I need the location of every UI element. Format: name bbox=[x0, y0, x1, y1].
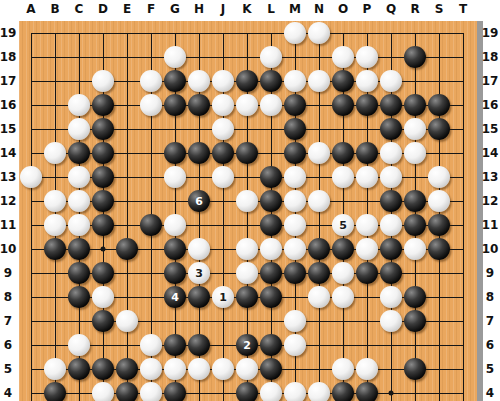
stone-white-K12 bbox=[236, 190, 258, 212]
stone-white-L18 bbox=[260, 46, 282, 68]
stone-white-S12 bbox=[428, 190, 450, 212]
col-label-D: D bbox=[98, 2, 108, 16]
stone-black-C8 bbox=[68, 286, 90, 308]
stone-white-F5 bbox=[140, 358, 162, 380]
row-label-right-12: 12 bbox=[482, 194, 499, 208]
stone-black-G8: 4 bbox=[164, 286, 186, 308]
stone-black-C10 bbox=[68, 238, 90, 260]
stone-white-Q13 bbox=[380, 166, 402, 188]
star-point-D10 bbox=[101, 247, 106, 252]
stone-white-F6 bbox=[140, 334, 162, 356]
stone-white-O11: 5 bbox=[332, 214, 354, 236]
col-label-T: T bbox=[459, 2, 467, 16]
stone-black-D11 bbox=[92, 214, 114, 236]
stone-white-R14 bbox=[404, 142, 426, 164]
stone-white-M13 bbox=[284, 166, 306, 188]
stone-black-D12 bbox=[92, 190, 114, 212]
stone-white-E7 bbox=[116, 310, 138, 332]
row-label-left-6: 6 bbox=[4, 338, 12, 352]
stone-black-C5 bbox=[68, 358, 90, 380]
stone-black-R11 bbox=[404, 214, 426, 236]
stone-black-S10 bbox=[428, 238, 450, 260]
stone-white-L10 bbox=[260, 238, 282, 260]
row-label-left-13: 13 bbox=[0, 170, 16, 184]
stone-black-G17 bbox=[164, 70, 186, 92]
stone-black-F11 bbox=[140, 214, 162, 236]
stone-white-K9 bbox=[236, 262, 258, 284]
stone-white-M7 bbox=[284, 310, 306, 332]
stone-white-O13 bbox=[332, 166, 354, 188]
stone-black-N10 bbox=[308, 238, 330, 260]
stone-black-L9 bbox=[260, 262, 282, 284]
row-label-left-14: 14 bbox=[0, 146, 16, 160]
stone-black-G6 bbox=[164, 334, 186, 356]
move-number-5: 5 bbox=[339, 220, 347, 231]
stone-white-P17 bbox=[356, 70, 378, 92]
row-label-left-19: 19 bbox=[0, 26, 16, 40]
stone-white-J17 bbox=[212, 70, 234, 92]
stone-black-N9 bbox=[308, 262, 330, 284]
stone-white-M11 bbox=[284, 214, 306, 236]
stone-white-L4 bbox=[260, 382, 282, 401]
stone-black-C14 bbox=[68, 142, 90, 164]
stone-black-E10 bbox=[116, 238, 138, 260]
stone-black-K14 bbox=[236, 142, 258, 164]
stone-white-D17 bbox=[92, 70, 114, 92]
stone-black-D5 bbox=[92, 358, 114, 380]
row-label-right-6: 6 bbox=[486, 338, 494, 352]
stone-black-O17 bbox=[332, 70, 354, 92]
stone-black-L12 bbox=[260, 190, 282, 212]
stone-white-Q7 bbox=[380, 310, 402, 332]
row-label-right-15: 15 bbox=[482, 122, 499, 136]
stone-black-D14 bbox=[92, 142, 114, 164]
stone-black-E4 bbox=[116, 382, 138, 401]
stone-black-R12 bbox=[404, 190, 426, 212]
move-number-4: 4 bbox=[171, 292, 179, 303]
col-label-A: A bbox=[26, 2, 35, 16]
stone-black-G4 bbox=[164, 382, 186, 401]
stone-white-H5 bbox=[188, 358, 210, 380]
col-label-C: C bbox=[75, 2, 84, 16]
stone-black-R5 bbox=[404, 358, 426, 380]
row-label-right-4: 4 bbox=[486, 386, 494, 400]
stone-white-C12 bbox=[68, 190, 90, 212]
row-label-left-7: 7 bbox=[4, 314, 12, 328]
row-label-left-9: 9 bbox=[4, 266, 12, 280]
stone-black-H16 bbox=[188, 94, 210, 116]
col-label-G: G bbox=[170, 2, 180, 16]
stone-black-R8 bbox=[404, 286, 426, 308]
stone-black-G9 bbox=[164, 262, 186, 284]
stone-black-S16 bbox=[428, 94, 450, 116]
stone-black-P14 bbox=[356, 142, 378, 164]
stone-white-J8: 1 bbox=[212, 286, 234, 308]
row-label-left-8: 8 bbox=[4, 290, 12, 304]
stone-white-C11 bbox=[68, 214, 90, 236]
stone-white-D8 bbox=[92, 286, 114, 308]
stone-white-R15 bbox=[404, 118, 426, 140]
stone-white-G13 bbox=[164, 166, 186, 188]
stone-black-P16 bbox=[356, 94, 378, 116]
stone-white-B5 bbox=[44, 358, 66, 380]
stone-white-G5 bbox=[164, 358, 186, 380]
stone-black-M14 bbox=[284, 142, 306, 164]
col-label-E: E bbox=[123, 2, 131, 16]
stone-white-C16 bbox=[68, 94, 90, 116]
stone-black-D15 bbox=[92, 118, 114, 140]
col-label-J: J bbox=[221, 2, 225, 16]
stone-white-M10 bbox=[284, 238, 306, 260]
stone-white-C13 bbox=[68, 166, 90, 188]
star-point-Q4 bbox=[389, 391, 394, 396]
stone-black-H8 bbox=[188, 286, 210, 308]
stone-black-G16 bbox=[164, 94, 186, 116]
stone-white-J16 bbox=[212, 94, 234, 116]
stone-black-K17 bbox=[236, 70, 258, 92]
stone-black-Q10 bbox=[380, 238, 402, 260]
row-label-right-16: 16 bbox=[482, 98, 499, 112]
col-label-R: R bbox=[410, 2, 419, 16]
stone-black-R18 bbox=[404, 46, 426, 68]
stone-black-M9 bbox=[284, 262, 306, 284]
stone-white-B14 bbox=[44, 142, 66, 164]
grid-hline-18 bbox=[31, 57, 464, 58]
stone-white-N19 bbox=[308, 22, 330, 44]
stone-white-Q17 bbox=[380, 70, 402, 92]
stone-black-D7 bbox=[92, 310, 114, 332]
stone-white-A13 bbox=[20, 166, 42, 188]
stone-black-L5 bbox=[260, 358, 282, 380]
stone-black-L6 bbox=[260, 334, 282, 356]
stone-white-B12 bbox=[44, 190, 66, 212]
row-label-right-7: 7 bbox=[486, 314, 494, 328]
stone-white-N14 bbox=[308, 142, 330, 164]
stone-white-G18 bbox=[164, 46, 186, 68]
stone-white-M19 bbox=[284, 22, 306, 44]
row-label-left-10: 10 bbox=[0, 242, 16, 256]
stone-white-M17 bbox=[284, 70, 306, 92]
col-label-N: N bbox=[314, 2, 324, 16]
row-label-left-12: 12 bbox=[0, 194, 16, 208]
row-label-right-14: 14 bbox=[482, 146, 499, 160]
stone-black-J14 bbox=[212, 142, 234, 164]
stone-black-L17 bbox=[260, 70, 282, 92]
stone-white-H9: 3 bbox=[188, 262, 210, 284]
stone-white-F4 bbox=[140, 382, 162, 401]
col-label-H: H bbox=[194, 2, 204, 16]
stone-black-O16 bbox=[332, 94, 354, 116]
col-label-O: O bbox=[338, 2, 348, 16]
stone-white-Q8 bbox=[380, 286, 402, 308]
stone-black-Q15 bbox=[380, 118, 402, 140]
stone-black-B4 bbox=[44, 382, 66, 401]
stone-white-C15 bbox=[68, 118, 90, 140]
stone-black-L8 bbox=[260, 286, 282, 308]
stone-white-P18 bbox=[356, 46, 378, 68]
row-label-right-19: 19 bbox=[482, 26, 499, 40]
stone-black-P9 bbox=[356, 262, 378, 284]
row-label-left-11: 11 bbox=[0, 218, 16, 232]
row-label-right-11: 11 bbox=[482, 218, 499, 232]
stone-white-C6 bbox=[68, 334, 90, 356]
stone-white-S13 bbox=[428, 166, 450, 188]
stone-black-K4 bbox=[236, 382, 258, 401]
stone-white-Q11 bbox=[380, 214, 402, 236]
row-label-right-18: 18 bbox=[482, 50, 499, 64]
stone-black-Q16 bbox=[380, 94, 402, 116]
stone-white-J15 bbox=[212, 118, 234, 140]
col-label-P: P bbox=[363, 2, 372, 16]
stone-black-B10 bbox=[44, 238, 66, 260]
stone-black-K6: 2 bbox=[236, 334, 258, 356]
stone-white-N8 bbox=[308, 286, 330, 308]
stone-black-S11 bbox=[428, 214, 450, 236]
col-label-Q: Q bbox=[386, 2, 396, 16]
stone-white-O8 bbox=[332, 286, 354, 308]
stone-white-M12 bbox=[284, 190, 306, 212]
row-label-right-8: 8 bbox=[486, 290, 494, 304]
move-number-3: 3 bbox=[195, 268, 203, 279]
stone-white-G11 bbox=[164, 214, 186, 236]
stone-black-Q12 bbox=[380, 190, 402, 212]
row-label-left-17: 17 bbox=[0, 74, 16, 88]
stone-black-H12: 6 bbox=[188, 190, 210, 212]
move-number-1: 1 bbox=[219, 292, 227, 303]
stone-black-G10 bbox=[164, 238, 186, 260]
row-label-left-18: 18 bbox=[0, 50, 16, 64]
stone-white-B11 bbox=[44, 214, 66, 236]
row-label-left-5: 5 bbox=[4, 362, 12, 376]
stone-white-N17 bbox=[308, 70, 330, 92]
stone-white-O5 bbox=[332, 358, 354, 380]
go-board[interactable]: 653412 bbox=[19, 21, 477, 401]
stone-black-C9 bbox=[68, 262, 90, 284]
stone-white-H17 bbox=[188, 70, 210, 92]
row-label-right-9: 9 bbox=[486, 266, 494, 280]
stone-black-D9 bbox=[92, 262, 114, 284]
move-number-6: 6 bbox=[195, 196, 203, 207]
col-label-L: L bbox=[267, 2, 275, 16]
col-label-B: B bbox=[50, 2, 59, 16]
stone-black-D13 bbox=[92, 166, 114, 188]
stone-white-N4 bbox=[308, 382, 330, 401]
row-label-left-4: 4 bbox=[4, 386, 12, 400]
stone-black-E5 bbox=[116, 358, 138, 380]
stone-black-K8 bbox=[236, 286, 258, 308]
stone-white-O18 bbox=[332, 46, 354, 68]
stone-white-D4 bbox=[92, 382, 114, 401]
grid-hline-19 bbox=[31, 33, 464, 34]
stone-white-F16 bbox=[140, 94, 162, 116]
stone-black-O14 bbox=[332, 142, 354, 164]
stone-white-K5 bbox=[236, 358, 258, 380]
stone-white-K16 bbox=[236, 94, 258, 116]
stone-black-G14 bbox=[164, 142, 186, 164]
stone-black-R16 bbox=[404, 94, 426, 116]
stone-black-P4 bbox=[356, 382, 378, 401]
stone-black-M15 bbox=[284, 118, 306, 140]
stone-white-N12 bbox=[308, 190, 330, 212]
stone-black-D16 bbox=[92, 94, 114, 116]
go-board-screenshot: 653412 ABCDEFGHJKLMNOPQRST19191818171716… bbox=[0, 0, 500, 401]
stone-white-O9 bbox=[332, 262, 354, 284]
stone-white-L16 bbox=[260, 94, 282, 116]
row-label-right-13: 13 bbox=[482, 170, 499, 184]
stone-white-J5 bbox=[212, 358, 234, 380]
row-label-right-17: 17 bbox=[482, 74, 499, 88]
col-label-S: S bbox=[435, 2, 444, 16]
stone-white-K10 bbox=[236, 238, 258, 260]
row-label-right-10: 10 bbox=[482, 242, 499, 256]
move-number-2: 2 bbox=[243, 340, 251, 351]
stone-black-R7 bbox=[404, 310, 426, 332]
stone-white-P13 bbox=[356, 166, 378, 188]
stone-white-R10 bbox=[404, 238, 426, 260]
stone-white-M6 bbox=[284, 334, 306, 356]
stone-white-P10 bbox=[356, 238, 378, 260]
stone-white-Q14 bbox=[380, 142, 402, 164]
row-label-right-5: 5 bbox=[486, 362, 494, 376]
stone-black-L11 bbox=[260, 214, 282, 236]
stone-black-O4 bbox=[332, 382, 354, 401]
row-label-left-15: 15 bbox=[0, 122, 16, 136]
col-label-M: M bbox=[289, 2, 301, 16]
stone-black-O10 bbox=[332, 238, 354, 260]
stone-white-H10 bbox=[188, 238, 210, 260]
col-label-K: K bbox=[242, 2, 251, 16]
row-label-left-16: 16 bbox=[0, 98, 16, 112]
col-label-F: F bbox=[147, 2, 155, 16]
stone-white-J13 bbox=[212, 166, 234, 188]
stone-black-L13 bbox=[260, 166, 282, 188]
stone-white-P11 bbox=[356, 214, 378, 236]
stone-black-S15 bbox=[428, 118, 450, 140]
stone-black-M16 bbox=[284, 94, 306, 116]
stone-black-H6 bbox=[188, 334, 210, 356]
stone-black-H14 bbox=[188, 142, 210, 164]
stone-white-M4 bbox=[284, 382, 306, 401]
stone-black-Q9 bbox=[380, 262, 402, 284]
stone-white-F17 bbox=[140, 70, 162, 92]
stone-white-P5 bbox=[356, 358, 378, 380]
